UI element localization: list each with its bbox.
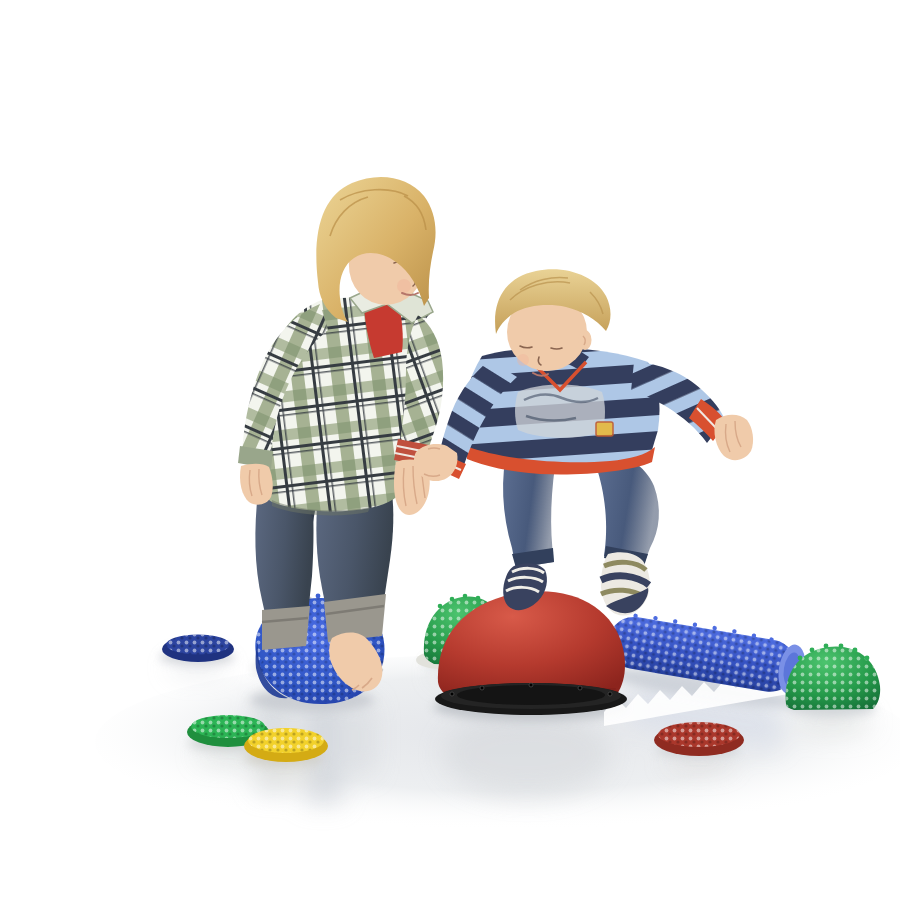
older-boy-cuff-left bbox=[262, 606, 310, 650]
reflection-foot bbox=[348, 702, 374, 774]
yellow-spiky-disc bbox=[244, 728, 328, 762]
sweater-badge bbox=[596, 422, 613, 436]
product-photo: Two blond boys playing on colourful spik… bbox=[0, 0, 900, 900]
scene-canvas bbox=[0, 0, 900, 900]
red-spiky-disc bbox=[654, 722, 744, 756]
older-boy-cheek bbox=[397, 279, 411, 293]
sweater-chest-print bbox=[515, 385, 613, 438]
blue-spiky-disc bbox=[162, 635, 234, 663]
reflection-red-dome bbox=[443, 712, 611, 796]
younger-boy-cheek bbox=[517, 354, 529, 366]
